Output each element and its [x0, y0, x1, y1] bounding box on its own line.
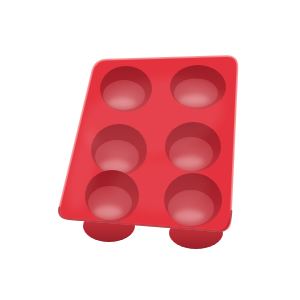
cup-floor-highlight — [94, 206, 122, 218]
muffin-pan-illustration — [0, 0, 300, 300]
product-photo-canvas — [0, 0, 300, 300]
surface-sheen-lower — [112, 160, 208, 212]
muffin-pan — [59, 56, 237, 249]
cup-floor-highlight — [174, 210, 204, 222]
